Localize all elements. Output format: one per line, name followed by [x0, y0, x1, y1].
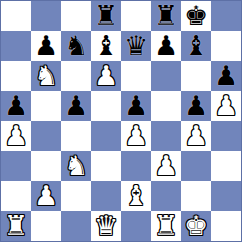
- black-rook: ♜: [154, 1, 178, 31]
- square-b1[interactable]: [31, 211, 61, 241]
- square-d3[interactable]: [91, 151, 121, 181]
- square-c6[interactable]: [61, 61, 91, 91]
- square-h8[interactable]: [211, 1, 241, 31]
- white-pawn: ♟: [4, 121, 28, 151]
- square-a1[interactable]: ♜: [1, 211, 31, 241]
- square-e1[interactable]: [121, 211, 151, 241]
- square-d6[interactable]: ♟: [91, 61, 121, 91]
- square-f1[interactable]: ♜: [151, 211, 181, 241]
- square-g6[interactable]: [181, 61, 211, 91]
- white-pawn: ♟: [184, 121, 208, 151]
- black-pawn: ♟: [34, 31, 58, 61]
- square-c3[interactable]: ♞: [61, 151, 91, 181]
- white-knight: ♞: [34, 61, 58, 91]
- square-c2[interactable]: [61, 181, 91, 211]
- square-g4[interactable]: ♟: [181, 121, 211, 151]
- square-b8[interactable]: [31, 1, 61, 31]
- square-c8[interactable]: [61, 1, 91, 31]
- square-f8[interactable]: ♜: [151, 1, 181, 31]
- white-rook: ♜: [154, 211, 178, 241]
- square-f5[interactable]: [151, 91, 181, 121]
- white-pawn: ♟: [214, 91, 238, 121]
- square-h4[interactable]: [211, 121, 241, 151]
- square-h6[interactable]: ♟: [211, 61, 241, 91]
- square-a3[interactable]: [1, 151, 31, 181]
- white-pawn: ♟: [124, 121, 148, 151]
- square-c7[interactable]: ♞: [61, 31, 91, 61]
- square-a7[interactable]: [1, 31, 31, 61]
- square-f4[interactable]: [151, 121, 181, 151]
- square-b5[interactable]: [31, 91, 61, 121]
- square-d2[interactable]: [91, 181, 121, 211]
- square-a8[interactable]: [1, 1, 31, 31]
- square-b4[interactable]: [31, 121, 61, 151]
- square-e2[interactable]: ♝: [121, 181, 151, 211]
- square-d7[interactable]: ♝: [91, 31, 121, 61]
- white-king: ♚: [184, 211, 208, 241]
- square-h1[interactable]: [211, 211, 241, 241]
- square-e8[interactable]: [121, 1, 151, 31]
- square-h2[interactable]: [211, 181, 241, 211]
- square-a4[interactable]: ♟: [1, 121, 31, 151]
- square-g8[interactable]: ♚: [181, 1, 211, 31]
- white-bishop: ♝: [124, 181, 148, 211]
- square-d5[interactable]: [91, 91, 121, 121]
- square-a2[interactable]: [1, 181, 31, 211]
- black-pawn: ♟: [4, 91, 28, 121]
- square-g3[interactable]: [181, 151, 211, 181]
- square-g2[interactable]: [181, 181, 211, 211]
- square-h7[interactable]: [211, 31, 241, 61]
- white-pawn: ♟: [94, 61, 118, 91]
- square-b7[interactable]: ♟: [31, 31, 61, 61]
- square-h5[interactable]: ♟: [211, 91, 241, 121]
- square-d8[interactable]: ♜: [91, 1, 121, 31]
- square-f7[interactable]: ♟: [151, 31, 181, 61]
- white-pawn: ♟: [154, 151, 178, 181]
- black-pawn: ♟: [154, 31, 178, 61]
- square-d4[interactable]: [91, 121, 121, 151]
- black-pawn: ♟: [124, 91, 148, 121]
- white-queen: ♛: [94, 211, 118, 241]
- square-e5[interactable]: ♟: [121, 91, 151, 121]
- square-c4[interactable]: [61, 121, 91, 151]
- square-e3[interactable]: [121, 151, 151, 181]
- square-f3[interactable]: ♟: [151, 151, 181, 181]
- square-g5[interactable]: ♟: [181, 91, 211, 121]
- square-b3[interactable]: [31, 151, 61, 181]
- square-c1[interactable]: [61, 211, 91, 241]
- white-knight: ♞: [64, 151, 88, 181]
- square-a5[interactable]: ♟: [1, 91, 31, 121]
- white-pawn: ♟: [34, 181, 58, 211]
- square-f6[interactable]: [151, 61, 181, 91]
- square-e4[interactable]: ♟: [121, 121, 151, 151]
- square-d1[interactable]: ♛: [91, 211, 121, 241]
- black-knight: ♞: [64, 31, 88, 61]
- black-rook: ♜: [94, 1, 118, 31]
- black-king: ♚: [184, 1, 208, 31]
- square-a6[interactable]: [1, 61, 31, 91]
- white-rook: ♜: [4, 211, 28, 241]
- square-g1[interactable]: ♚: [181, 211, 211, 241]
- black-bishop: ♝: [184, 31, 208, 61]
- square-h3[interactable]: [211, 151, 241, 181]
- black-pawn: ♟: [214, 61, 238, 91]
- square-g7[interactable]: ♝: [181, 31, 211, 61]
- black-bishop: ♝: [94, 31, 118, 61]
- square-f2[interactable]: [151, 181, 181, 211]
- square-c5[interactable]: ♟: [61, 91, 91, 121]
- square-b6[interactable]: ♞: [31, 61, 61, 91]
- black-pawn: ♟: [184, 91, 208, 121]
- square-b2[interactable]: ♟: [31, 181, 61, 211]
- square-e6[interactable]: [121, 61, 151, 91]
- black-pawn: ♟: [64, 91, 88, 121]
- chess-board: ♜♜♚♟♞♝♛♟♝♞♟♟♟♟♟♟♟♟♟♟♞♟♟♝♜♛♜♚: [0, 0, 242, 242]
- square-e7[interactable]: ♛: [121, 31, 151, 61]
- black-queen: ♛: [124, 31, 148, 61]
